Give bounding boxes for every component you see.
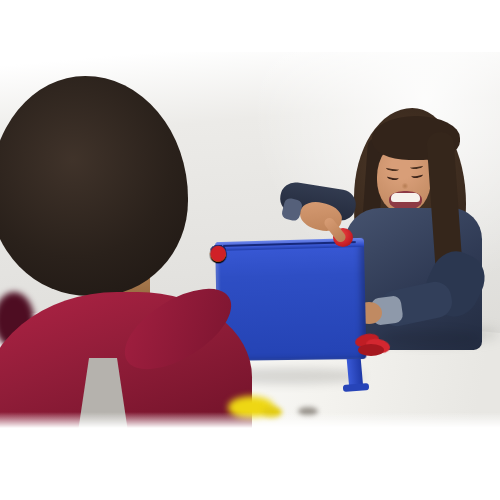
board-right-foot [343,383,369,392]
spare-red-checker[interactable] [358,344,384,356]
girl-teeth [391,193,420,202]
disc-glyph: ● [209,245,227,259]
product-photo: ●●●●●●●●●●●●●●●●●●● [0,0,500,500]
photo-bottom-fade [0,412,500,500]
girl-nose [402,182,408,190]
arm-shadow [380,330,480,346]
red-piece: ● [210,245,226,259]
